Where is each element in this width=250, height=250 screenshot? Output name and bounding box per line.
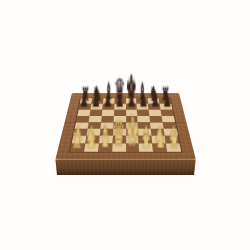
square: ♟ xyxy=(98,136,112,144)
square: ♞ xyxy=(152,144,167,152)
square: ♜ xyxy=(165,144,180,152)
square xyxy=(112,122,125,129)
square xyxy=(87,122,100,129)
square: ♟ xyxy=(125,136,138,144)
square: ♚ xyxy=(125,144,139,152)
square xyxy=(137,122,150,129)
chess-board: ♜♞♝♛♚♝♞♜♟♟♟♟♟♟♟♟♟♟♟♟♟♟♟♟♜♞♝♛♚♝♞♜ xyxy=(55,93,195,160)
fold-seam xyxy=(64,122,186,123)
piece-black-queen: ♛ xyxy=(114,75,124,104)
square xyxy=(163,129,177,136)
square xyxy=(125,122,138,129)
board-front-edge xyxy=(55,160,195,175)
piece-black-rook: ♜ xyxy=(160,86,169,104)
square xyxy=(74,122,88,129)
square xyxy=(150,122,163,129)
square: ♝ xyxy=(97,144,111,152)
piece-black-bishop: ♝ xyxy=(137,81,146,104)
square xyxy=(73,129,87,136)
piece-black-bishop: ♝ xyxy=(103,81,112,104)
square xyxy=(86,129,100,136)
board-grid: ♜♞♝♛♚♝♞♜♟♟♟♟♟♟♟♟♟♟♟♟♟♟♟♟♜♞♝♛♚♝♞♜ xyxy=(69,98,180,151)
square: ♞ xyxy=(83,144,98,152)
piece-black-knight: ♞ xyxy=(149,84,158,105)
square: ♟ xyxy=(164,136,179,144)
square: ♜ xyxy=(69,144,84,152)
square: ♟ xyxy=(138,136,152,144)
square xyxy=(150,129,164,136)
square: ♟ xyxy=(85,136,99,144)
square xyxy=(112,129,125,136)
square xyxy=(100,122,113,129)
square: ♝ xyxy=(138,144,152,152)
piece-black-king: ♚ xyxy=(126,72,136,104)
square: ♟ xyxy=(112,136,125,144)
square: ♟ xyxy=(151,136,165,144)
square: ♟ xyxy=(71,136,86,144)
piece-black-rook: ♜ xyxy=(80,86,89,104)
piece-black-knight: ♞ xyxy=(92,84,101,105)
product-photo: ♜♞♝♛♚♝♞♜♟♟♟♟♟♟♟♟♟♟♟♟♟♟♟♟♜♞♝♛♚♝♞♜ xyxy=(0,0,250,250)
square xyxy=(125,129,138,136)
square xyxy=(99,129,112,136)
square xyxy=(162,122,176,129)
square xyxy=(138,129,151,136)
perspective-scene: ♜♞♝♛♚♝♞♜♟♟♟♟♟♟♟♟♟♟♟♟♟♟♟♟♜♞♝♛♚♝♞♜ xyxy=(0,93,250,250)
square: ♛ xyxy=(111,144,125,152)
